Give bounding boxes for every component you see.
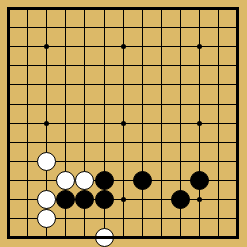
intersection-B11[interactable]	[18, 37, 37, 56]
intersection-K13[interactable]	[171, 0, 190, 18]
intersection-K2[interactable]	[171, 209, 190, 228]
intersection-H7[interactable]	[133, 114, 152, 133]
intersection-E2[interactable]	[75, 209, 94, 228]
intersection-L12[interactable]	[190, 18, 209, 37]
intersection-C7[interactable]	[37, 114, 56, 133]
intersection-H8[interactable]	[133, 94, 152, 113]
intersection-J9[interactable]	[152, 75, 171, 94]
intersection-H11[interactable]	[133, 37, 152, 56]
intersection-H5[interactable]	[133, 152, 152, 171]
intersection-C4[interactable]	[37, 171, 56, 190]
star-point-C7	[44, 121, 49, 126]
intersection-N6[interactable]	[228, 133, 247, 152]
star-point-L7	[197, 121, 202, 126]
intersection-F12[interactable]	[94, 18, 113, 37]
intersection-M4[interactable]	[209, 171, 228, 190]
white-stone-F1	[95, 228, 114, 247]
intersection-F2[interactable]	[94, 209, 113, 228]
intersection-D12[interactable]	[56, 18, 75, 37]
intersection-J11[interactable]	[152, 37, 171, 56]
intersection-A1[interactable]	[0, 228, 18, 247]
intersection-M8[interactable]	[209, 94, 228, 113]
intersection-M1[interactable]	[209, 228, 228, 247]
intersection-G6[interactable]	[114, 133, 133, 152]
star-point-L11	[197, 44, 202, 49]
star-point-G3	[121, 197, 126, 202]
intersection-G4[interactable]	[114, 171, 133, 190]
intersection-M7[interactable]	[209, 114, 228, 133]
intersection-F10[interactable]	[94, 56, 113, 75]
intersection-J2[interactable]	[152, 209, 171, 228]
intersection-G11[interactable]	[114, 37, 133, 56]
intersection-F8[interactable]	[94, 94, 113, 113]
intersection-A4[interactable]	[0, 171, 18, 190]
intersection-C10[interactable]	[37, 56, 56, 75]
intersection-D7[interactable]	[56, 114, 75, 133]
intersection-A5[interactable]	[0, 152, 18, 171]
intersection-D8[interactable]	[56, 94, 75, 113]
intersection-G1[interactable]	[114, 228, 133, 247]
intersection-M10[interactable]	[209, 56, 228, 75]
intersection-C11[interactable]	[37, 37, 56, 56]
intersection-D9[interactable]	[56, 75, 75, 94]
intersection-N1[interactable]	[228, 228, 247, 247]
intersection-A9[interactable]	[0, 75, 18, 94]
intersection-N2[interactable]	[228, 209, 247, 228]
intersection-E10[interactable]	[75, 56, 94, 75]
intersection-L10[interactable]	[190, 56, 209, 75]
intersection-L7[interactable]	[190, 114, 209, 133]
intersection-E1[interactable]	[75, 228, 94, 247]
intersection-C1[interactable]	[37, 228, 56, 247]
intersection-L2[interactable]	[190, 209, 209, 228]
intersection-A13[interactable]	[0, 0, 18, 18]
intersection-G3[interactable]	[114, 190, 133, 209]
intersection-G13[interactable]	[114, 0, 133, 18]
intersection-A7[interactable]	[0, 114, 18, 133]
intersection-D2[interactable]	[56, 209, 75, 228]
star-point-G11	[121, 44, 126, 49]
intersection-E9[interactable]	[75, 75, 94, 94]
intersection-M6[interactable]	[209, 133, 228, 152]
intersection-E3[interactable]	[75, 190, 94, 209]
intersection-F7[interactable]	[94, 114, 113, 133]
intersection-E4[interactable]	[75, 171, 94, 190]
intersection-B6[interactable]	[18, 133, 37, 152]
intersection-J10[interactable]	[152, 56, 171, 75]
intersection-E12[interactable]	[75, 18, 94, 37]
intersection-D4[interactable]	[56, 171, 75, 190]
intersection-G2[interactable]	[114, 209, 133, 228]
intersection-B12[interactable]	[18, 18, 37, 37]
intersection-L5[interactable]	[190, 152, 209, 171]
intersection-D5[interactable]	[56, 152, 75, 171]
intersection-B5[interactable]	[18, 152, 37, 171]
intersection-B10[interactable]	[18, 56, 37, 75]
intersection-L9[interactable]	[190, 75, 209, 94]
star-point-L3	[197, 197, 202, 202]
intersection-N8[interactable]	[228, 94, 247, 113]
intersection-G12[interactable]	[114, 18, 133, 37]
intersection-F13[interactable]	[94, 0, 113, 18]
intersection-K7[interactable]	[171, 114, 190, 133]
intersection-F6[interactable]	[94, 133, 113, 152]
intersection-H10[interactable]	[133, 56, 152, 75]
go-board-grid	[0, 0, 247, 247]
intersection-K11[interactable]	[171, 37, 190, 56]
black-stone-D3	[56, 190, 75, 209]
intersection-B4[interactable]	[18, 171, 37, 190]
intersection-F3[interactable]	[94, 190, 113, 209]
intersection-K6[interactable]	[171, 133, 190, 152]
go-board-diagram	[0, 0, 247, 247]
intersection-M3[interactable]	[209, 190, 228, 209]
intersection-L13[interactable]	[190, 0, 209, 18]
intersection-F4[interactable]	[94, 171, 113, 190]
intersection-A6[interactable]	[0, 133, 18, 152]
intersection-L6[interactable]	[190, 133, 209, 152]
black-stone-K3	[171, 190, 190, 209]
black-stone-F3	[95, 190, 114, 209]
intersection-A3[interactable]	[0, 190, 18, 209]
intersection-C2[interactable]	[37, 209, 56, 228]
intersection-E8[interactable]	[75, 94, 94, 113]
white-stone-C5	[37, 152, 56, 171]
intersection-G10[interactable]	[114, 56, 133, 75]
intersection-B3[interactable]	[18, 190, 37, 209]
intersection-A2[interactable]	[0, 209, 18, 228]
intersection-G5[interactable]	[114, 152, 133, 171]
intersection-E5[interactable]	[75, 152, 94, 171]
intersection-C5[interactable]	[37, 152, 56, 171]
intersection-C6[interactable]	[37, 133, 56, 152]
intersection-C9[interactable]	[37, 75, 56, 94]
intersection-G9[interactable]	[114, 75, 133, 94]
intersection-D3[interactable]	[56, 190, 75, 209]
intersection-K12[interactable]	[171, 18, 190, 37]
intersection-A12[interactable]	[0, 18, 18, 37]
intersection-D6[interactable]	[56, 133, 75, 152]
intersection-J12[interactable]	[152, 18, 171, 37]
intersection-N11[interactable]	[228, 37, 247, 56]
intersection-H9[interactable]	[133, 75, 152, 94]
intersection-C12[interactable]	[37, 18, 56, 37]
intersection-M2[interactable]	[209, 209, 228, 228]
intersection-F9[interactable]	[94, 75, 113, 94]
intersection-K3[interactable]	[171, 190, 190, 209]
intersection-A11[interactable]	[0, 37, 18, 56]
intersection-N5[interactable]	[228, 152, 247, 171]
intersection-G8[interactable]	[114, 94, 133, 113]
intersection-H4[interactable]	[133, 171, 152, 190]
intersection-N9[interactable]	[228, 75, 247, 94]
intersection-J6[interactable]	[152, 133, 171, 152]
intersection-A8[interactable]	[0, 94, 18, 113]
intersection-A10[interactable]	[0, 56, 18, 75]
white-stone-E4	[75, 171, 94, 190]
intersection-J8[interactable]	[152, 94, 171, 113]
intersection-J5[interactable]	[152, 152, 171, 171]
intersection-N4[interactable]	[228, 171, 247, 190]
intersection-B2[interactable]	[18, 209, 37, 228]
intersection-M13[interactable]	[209, 0, 228, 18]
intersection-D13[interactable]	[56, 0, 75, 18]
intersection-K4[interactable]	[171, 171, 190, 190]
star-point-G7	[121, 121, 126, 126]
intersection-N3[interactable]	[228, 190, 247, 209]
black-stone-E3	[75, 190, 94, 209]
intersection-D10[interactable]	[56, 56, 75, 75]
intersection-E11[interactable]	[75, 37, 94, 56]
intersection-M5[interactable]	[209, 152, 228, 171]
intersection-H1[interactable]	[133, 228, 152, 247]
black-stone-L4	[190, 171, 209, 190]
intersection-E7[interactable]	[75, 114, 94, 133]
intersection-N7[interactable]	[228, 114, 247, 133]
intersection-N12[interactable]	[228, 18, 247, 37]
intersection-C8[interactable]	[37, 94, 56, 113]
intersection-G7[interactable]	[114, 114, 133, 133]
intersection-H2[interactable]	[133, 209, 152, 228]
black-stone-H4	[133, 171, 152, 190]
intersection-K9[interactable]	[171, 75, 190, 94]
intersection-K5[interactable]	[171, 152, 190, 171]
intersection-C3[interactable]	[37, 190, 56, 209]
intersection-C13[interactable]	[37, 0, 56, 18]
intersection-K1[interactable]	[171, 228, 190, 247]
intersection-K8[interactable]	[171, 94, 190, 113]
intersection-L3[interactable]	[190, 190, 209, 209]
intersection-N10[interactable]	[228, 56, 247, 75]
white-stone-C3	[37, 190, 56, 209]
intersection-D1[interactable]	[56, 228, 75, 247]
intersection-H12[interactable]	[133, 18, 152, 37]
intersection-L11[interactable]	[190, 37, 209, 56]
intersection-F5[interactable]	[94, 152, 113, 171]
intersection-H13[interactable]	[133, 0, 152, 18]
intersection-B7[interactable]	[18, 114, 37, 133]
intersection-M12[interactable]	[209, 18, 228, 37]
intersection-L8[interactable]	[190, 94, 209, 113]
intersection-J4[interactable]	[152, 171, 171, 190]
intersection-J13[interactable]	[152, 0, 171, 18]
intersection-J3[interactable]	[152, 190, 171, 209]
intersection-D11[interactable]	[56, 37, 75, 56]
intersection-F11[interactable]	[94, 37, 113, 56]
white-stone-D4	[56, 171, 75, 190]
intersection-E6[interactable]	[75, 133, 94, 152]
intersection-H3[interactable]	[133, 190, 152, 209]
intersection-H6[interactable]	[133, 133, 152, 152]
black-stone-F4	[95, 171, 114, 190]
intersection-J7[interactable]	[152, 114, 171, 133]
intersection-M11[interactable]	[209, 37, 228, 56]
intersection-J1[interactable]	[152, 228, 171, 247]
star-point-C11	[44, 44, 49, 49]
intersection-F1[interactable]	[94, 228, 113, 247]
intersection-B9[interactable]	[18, 75, 37, 94]
intersection-B13[interactable]	[18, 0, 37, 18]
intersection-M9[interactable]	[209, 75, 228, 94]
intersection-E13[interactable]	[75, 0, 94, 18]
intersection-B1[interactable]	[18, 228, 37, 247]
intersection-L1[interactable]	[190, 228, 209, 247]
white-stone-C2	[37, 209, 56, 228]
intersection-K10[interactable]	[171, 56, 190, 75]
intersection-N13[interactable]	[228, 0, 247, 18]
intersection-B8[interactable]	[18, 94, 37, 113]
intersection-L4[interactable]	[190, 171, 209, 190]
